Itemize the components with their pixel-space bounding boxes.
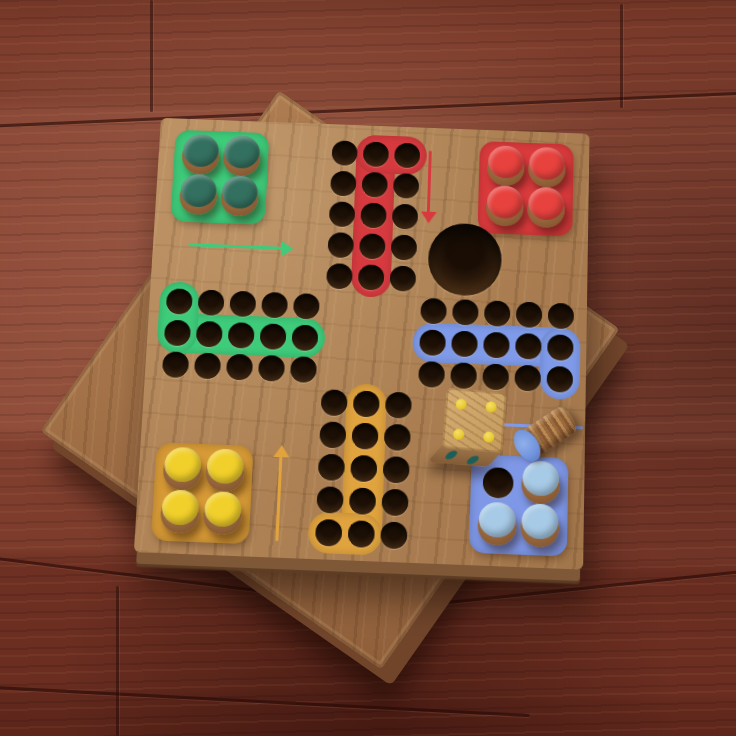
die-top-face (442, 387, 507, 453)
die-yellow-pip (485, 401, 497, 413)
track-hole[interactable] (226, 354, 253, 381)
wooden-die[interactable] (442, 387, 507, 453)
track-hole[interactable] (514, 365, 541, 392)
track-hole[interactable] (194, 352, 221, 379)
peg-yellow-painted-top (206, 448, 244, 484)
peg-red-painted-top (529, 147, 565, 181)
red-direction-arrow (427, 151, 432, 214)
photo-of-wooden-ludo-game: { "game": "ludo", "scene_description": "… (0, 0, 736, 736)
die-teal-pip (443, 450, 460, 459)
track-hole[interactable] (162, 351, 190, 378)
track-hole[interactable] (383, 456, 410, 483)
peg-yellow-painted-top (204, 491, 242, 527)
yellow-arrow-shaft (275, 455, 282, 541)
die-yellow-pip (483, 431, 495, 443)
track-hole[interactable] (420, 298, 447, 325)
peg-yellow-painted-top (161, 489, 200, 525)
track-hole[interactable] (548, 303, 574, 330)
track-hole[interactable] (385, 392, 412, 419)
track-hole[interactable] (482, 363, 509, 390)
track-hole[interactable] (331, 140, 357, 166)
peg-red-painted-top (488, 145, 524, 179)
peg-blue-painted-top (479, 502, 516, 538)
peg-red-painted-top (487, 185, 523, 219)
track-hole[interactable] (450, 362, 477, 389)
track-hole[interactable] (380, 521, 407, 549)
track-hole[interactable] (393, 173, 419, 199)
red-arrow-head (420, 211, 436, 223)
peg-red-painted-top (528, 187, 564, 221)
floor-plank-joint (620, 4, 623, 108)
peg-blue-painted-top (521, 503, 558, 539)
track-hole[interactable] (418, 361, 445, 388)
floor-plank-joint (150, 0, 153, 112)
ludo-game-board (134, 118, 590, 570)
floor-plank-joint (116, 586, 119, 736)
die-yellow-pip (453, 428, 465, 440)
green-arrow-head (281, 240, 294, 256)
red-arrow-shaft (427, 151, 432, 214)
track-hole[interactable] (197, 289, 224, 315)
track-hole[interactable] (261, 292, 288, 318)
track-hole[interactable] (392, 204, 418, 230)
track-hole[interactable] (258, 355, 285, 382)
big-round-hole[interactable] (427, 222, 502, 297)
peg-blue-painted-top (522, 460, 559, 496)
track-hole[interactable] (330, 171, 357, 197)
green-direction-arrow (189, 243, 284, 249)
peg-green-painted-top (224, 135, 261, 169)
track-hole[interactable] (516, 302, 542, 329)
track-hole[interactable] (318, 454, 345, 481)
die-yellow-pip (455, 398, 467, 410)
track-hole[interactable] (484, 300, 510, 327)
track-hole[interactable] (293, 293, 320, 319)
track-hole[interactable] (290, 356, 317, 383)
track-hole[interactable] (391, 234, 418, 260)
track-hole[interactable] (329, 201, 356, 227)
peg-green-painted-top (182, 134, 219, 168)
peg-yellow-painted-top (164, 447, 202, 483)
track-hole[interactable] (316, 486, 343, 514)
yellow-arrow-head (273, 445, 290, 458)
peg-green-painted-top (180, 174, 217, 208)
track-hole[interactable] (319, 421, 346, 448)
track-hole[interactable] (326, 263, 353, 289)
track-hole[interactable] (452, 299, 479, 326)
track-hole[interactable] (390, 265, 417, 291)
green-arrow-shaft (189, 243, 284, 249)
yellow-direction-arrow (275, 455, 282, 541)
track-hole[interactable] (321, 389, 348, 416)
peg-green-painted-top (221, 175, 258, 209)
track-hole[interactable] (381, 489, 408, 517)
track-hole[interactable] (327, 232, 354, 258)
track-hole[interactable] (384, 424, 411, 451)
die-teal-pip (464, 455, 481, 464)
track-hole[interactable] (229, 291, 256, 317)
